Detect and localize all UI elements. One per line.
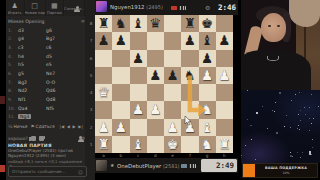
nav-next-icon[interactable]: ▶ [72, 124, 75, 129]
file-label-c: c [130, 153, 147, 158]
move-white[interactable]: Qa4 [18, 106, 46, 111]
square-b7[interactable]: ♟ [112, 32, 129, 49]
square-c7[interactable] [130, 32, 147, 49]
top-player-bar: Nguyen1912 (2495) ⚙ 2:46 [95, 0, 238, 15]
square-a2[interactable]: ♟ [95, 119, 112, 136]
square-f8[interactable]: ♜ [181, 15, 198, 32]
wk-piece: ♚ [164, 136, 181, 153]
move-white[interactable]: h4 [18, 54, 46, 59]
move-black[interactable]: Qd6 [46, 88, 74, 93]
file-label-b: b [112, 153, 129, 158]
bottom-player-badge-icon [189, 164, 196, 168]
square-g8[interactable]: ♚ [199, 15, 216, 32]
starfield-background [241, 90, 320, 163]
square-d1[interactable] [147, 136, 164, 153]
bb-piece: ♝ [130, 15, 147, 32]
bq-piece: ♛ [147, 15, 164, 32]
move-white[interactable]: d3 [18, 28, 46, 33]
move-black[interactable]: g6 [46, 28, 74, 33]
move-number: 4. [8, 54, 18, 59]
rank-label-1: 1 [87, 136, 93, 153]
resign-label: Сдаться [36, 124, 55, 129]
square-c8[interactable]: ♝ [130, 15, 147, 32]
tab-play-label: Играть [8, 10, 22, 15]
file-label-d: d [147, 153, 164, 158]
square-e8[interactable] [164, 15, 181, 32]
wp-piece: ♟ [112, 119, 129, 136]
square-f1[interactable] [181, 136, 198, 153]
bn-piece: ♞ [112, 15, 129, 32]
square-e1[interactable]: ♚ [164, 136, 181, 153]
move-row: 10.Qa4Nf5 [8, 104, 84, 112]
move-black[interactable]: Nf5 [46, 106, 74, 111]
flag-icon: ⚑ [30, 124, 34, 129]
square-b5[interactable] [112, 67, 129, 84]
bn-piece: ♞ [181, 67, 198, 84]
wn-piece: ♞ [199, 136, 216, 153]
move-number: 8. [8, 88, 18, 93]
br-piece: ♜ [181, 15, 198, 32]
square-e3[interactable] [164, 101, 181, 118]
thumbs-down-icon[interactable] [39, 136, 44, 141]
move-row: 8.Nd2Qd6 [8, 87, 84, 95]
file-label-f: f [181, 153, 198, 158]
wp-piece: ♟ [147, 101, 164, 118]
move-white[interactable]: g5 [18, 71, 46, 76]
wr-piece: ♜ [95, 136, 112, 153]
square-e4[interactable] [164, 84, 181, 101]
square-h1[interactable]: ♜ [216, 136, 233, 153]
patron-star-icon: ★ [110, 162, 114, 168]
square-f6[interactable] [181, 50, 198, 67]
square-f3[interactable] [181, 101, 198, 118]
move-black[interactable]: O-O [46, 80, 74, 85]
move-number: 3. [8, 45, 18, 50]
smiley-icon[interactable]: ☺ [78, 169, 83, 175]
wp-piece: ♟ [130, 101, 147, 118]
top-player-badge-icon [179, 6, 186, 10]
opening-name: Mieses Opening [8, 19, 45, 24]
square-h2[interactable] [216, 119, 233, 136]
nav-first-icon[interactable]: |◀ [60, 124, 65, 129]
draw-label: Ничья [13, 124, 27, 129]
tab-games[interactable]: ▦ Партии [46, 0, 65, 16]
move-white[interactable]: Nd2 [18, 88, 46, 93]
overlay-left-red-mark [0, 165, 5, 172]
move-navigation: |◀ ◀ ▶ ▶| [60, 124, 83, 129]
board-icon: □ [31, 2, 38, 10]
wn-piece: ♞ [199, 101, 216, 118]
move-row: 7.Bg2O-O [8, 78, 84, 86]
bp-piece: ♟ [130, 50, 147, 67]
bp-piece: ♟ [147, 67, 164, 84]
move-number: 2. [8, 36, 18, 41]
square-g1[interactable]: ♞ [199, 136, 216, 153]
move-white[interactable]: Bg2 [18, 80, 46, 85]
bottom-player-avatar[interactable] [96, 160, 107, 171]
rank-labels: 87654321 [86, 15, 94, 153]
square-g6[interactable]: ♟ [199, 50, 216, 67]
nav-prev-icon[interactable]: ◀ [67, 124, 70, 129]
square-f2[interactable]: ♟ [181, 119, 198, 136]
square-d4[interactable] [147, 84, 164, 101]
move-list: 1.d3g62.g4Bg73.c3c64.h4d55.h5e56.g5Ne77.… [8, 26, 84, 121]
nav-last-icon[interactable]: ▶| [78, 124, 83, 129]
streamer-face [261, 13, 286, 42]
square-b6[interactable] [112, 50, 129, 67]
opening-row: Mieses Opening ≡ [8, 17, 85, 25]
banner-orange-block [243, 164, 255, 177]
move-row: 6.g5Ne7 [8, 69, 84, 77]
square-b1[interactable] [112, 136, 129, 153]
move-row: 9.Nf1Qd8 [8, 96, 84, 104]
rank-label-6: 6 [87, 50, 93, 67]
wp-piece: ♟ [95, 119, 112, 136]
square-g4[interactable] [199, 84, 216, 101]
wb-piece: ♝ [199, 119, 216, 136]
square-g5[interactable]: ♟ [199, 67, 216, 84]
bp-piece: ♟ [199, 50, 216, 67]
move-number: 6. [8, 71, 18, 76]
tab-new-game[interactable]: □ Новая пар… [25, 0, 46, 16]
banner-title: ВАША ПОДДЕРЖКА [265, 166, 307, 170]
file-label-h: h [216, 153, 233, 158]
move-white[interactable]: c3 [18, 45, 46, 50]
square-d2[interactable] [147, 119, 164, 136]
square-e5[interactable]: ♟ [164, 67, 181, 84]
rank-label-3: 3 [87, 101, 93, 118]
resign-button[interactable]: ⚑ Сдаться [30, 124, 54, 129]
move-number: 7. [8, 80, 18, 85]
square-a3[interactable] [95, 101, 112, 118]
square-a1[interactable]: ♜ [95, 136, 112, 153]
streamer-eye [277, 25, 280, 27]
bottom-player-bar: ★ OneDebutPlayer (2581) 2:49 [95, 158, 238, 173]
move-number: 1. [8, 28, 18, 33]
square-b4[interactable] [112, 84, 129, 101]
file-label-g: g [199, 153, 216, 158]
game-controls: ½ Ничья ⚑ Сдаться |◀ ◀ ▶ ▶| [8, 122, 85, 131]
square-a7[interactable]: ♟ [95, 32, 112, 49]
move-white[interactable]: h5 [18, 62, 46, 67]
opening-menu-icon[interactable]: ≡ [81, 18, 85, 24]
tab-games-label: Партии [47, 10, 62, 15]
webcam [241, 0, 320, 90]
bp-piece: ♟ [216, 32, 233, 49]
bottom-player-flag-icon [181, 164, 187, 168]
feedback-row: хорошо? ⚙ [8, 134, 85, 142]
square-c2[interactable] [130, 119, 147, 136]
half-point-icon: ½ [8, 124, 12, 129]
move-row: 3.c3c6 [8, 43, 84, 51]
wp-piece: ♟ [199, 67, 216, 84]
pawn-icon: ♟ [12, 2, 18, 10]
chat-placeholder: Отправить сообщение... [12, 169, 66, 174]
square-h8[interactable] [216, 15, 233, 32]
chess-board: ♜♞♝♛♜♚♟♟♟♝♟♟♟♟♟♞♟♟♛♟♟♞♟♟♟♟♝♜♝♚♞♜ [95, 15, 233, 153]
file-label-e: e [164, 153, 181, 158]
move-black[interactable]: e5 [46, 62, 74, 67]
move-number: 9. [8, 97, 18, 102]
square-e6[interactable] [164, 50, 181, 67]
wp-piece: ♟ [216, 67, 233, 84]
panel-tab-bar: ♟ Играть □ Новая пар… ▦ Партии Соперни… [6, 0, 85, 16]
square-f7[interactable]: ♟ [181, 32, 198, 49]
rank-label-7: 7 [87, 32, 93, 49]
square-c4[interactable] [130, 84, 147, 101]
streamer-eye [268, 25, 271, 27]
thumbs-up-icon[interactable] [31, 136, 36, 141]
square-d5[interactable]: ♟ [147, 67, 164, 84]
square-c5[interactable] [130, 67, 147, 84]
webcam-pillow [289, 0, 320, 27]
square-g3[interactable]: ♞ [199, 101, 216, 118]
move-number: 5. [8, 62, 18, 67]
move-number: 11. [8, 114, 18, 119]
top-player-name[interactable]: Nguyen1912 (2495) [110, 4, 163, 10]
rank-label-8: 8 [87, 15, 93, 32]
square-f5[interactable]: ♞ [181, 67, 198, 84]
streamer-necklace [267, 56, 279, 61]
square-g2[interactable]: ♝ [199, 119, 216, 136]
move-number: 10. [8, 106, 18, 111]
bottom-player-clock-box: 2:49 [201, 159, 237, 172]
square-f4[interactable] [181, 84, 198, 101]
overlay-left-mark [0, 96, 5, 104]
move-row: 2.g4Bg7 [8, 35, 84, 43]
feedback-text: хорошо? [8, 136, 28, 141]
bottom-player-clock: 2:49 [216, 161, 234, 170]
file-label-a: a [95, 153, 112, 158]
square-c1[interactable]: ♝ [130, 136, 147, 153]
square-e2[interactable]: ♟ [164, 119, 181, 136]
square-b3[interactable] [112, 101, 129, 118]
move-black[interactable]: Qd8 [46, 97, 74, 102]
move-row: 1.d3g6 [8, 26, 84, 34]
square-d3[interactable]: ♟ [147, 101, 164, 118]
tab-play[interactable]: ♟ Играть [6, 0, 25, 16]
move-white[interactable]: Nf1 [18, 97, 46, 102]
square-a8[interactable]: ♜ [95, 15, 112, 32]
stream-frame: ♟ Играть □ Новая пар… ▦ Партии Соперни… … [0, 0, 320, 180]
bottom-player-rating: (2581) [163, 163, 180, 169]
square-h4[interactable] [216, 84, 233, 101]
move-black[interactable]: d5 [46, 54, 74, 59]
move-row: 11.Ng3 [8, 113, 84, 121]
square-h3[interactable] [216, 101, 233, 118]
move-row: 5.h5e5 [8, 61, 84, 69]
rank-label-4: 4 [87, 84, 93, 101]
top-player-clock: 2:46 [218, 3, 236, 12]
square-b2[interactable]: ♟ [112, 119, 129, 136]
move-row: 4.h4d5 [8, 52, 84, 60]
tab-new-game-label: Новая пар… [25, 10, 45, 15]
wp-piece: ♟ [164, 119, 181, 136]
top-player-avatar[interactable] [96, 1, 107, 12]
square-e7[interactable] [164, 32, 181, 49]
bp-piece: ♟ [164, 67, 181, 84]
bp-piece: ♟ [181, 32, 198, 49]
top-player-flag-icon [171, 6, 177, 10]
wr-piece: ♜ [216, 136, 233, 153]
move-white[interactable]: g4 [18, 36, 46, 41]
support-banner: ВАША ПОДДЕРЖКА 10% [242, 163, 318, 178]
gear-icon[interactable]: ⚙ [205, 4, 210, 11]
wb-piece: ♝ [130, 136, 147, 153]
square-b8[interactable]: ♞ [112, 15, 129, 32]
square-a5[interactable] [95, 67, 112, 84]
bp-piece: ♟ [95, 32, 112, 49]
banner-subtitle: 10% [282, 171, 289, 175]
square-h6[interactable] [216, 50, 233, 67]
square-c6[interactable]: ♟ [130, 50, 147, 67]
draw-button[interactable]: ½ Ничья [8, 124, 27, 129]
square-c3[interactable]: ♟ [130, 101, 147, 118]
move-white[interactable]: Ng3 [18, 114, 31, 119]
square-d6[interactable] [147, 50, 164, 67]
bk-piece: ♚ [199, 15, 216, 32]
grid-icon: ▦ [51, 2, 58, 10]
bp-piece: ♟ [112, 32, 129, 49]
square-h7[interactable]: ♟ [216, 32, 233, 49]
tab-players[interactable]: Соперни… [64, 0, 85, 16]
move-black[interactable]: Ne7 [46, 71, 74, 76]
rank-label-2: 2 [87, 119, 93, 136]
wq-piece: ♛ [95, 84, 112, 101]
chat-input[interactable]: Отправить сообщение... ☺ [8, 166, 87, 177]
move-black[interactable]: c6 [46, 45, 74, 50]
square-d8[interactable]: ♛ [147, 15, 164, 32]
square-d7[interactable] [147, 32, 164, 49]
top-player-rating: (2495) [146, 4, 163, 10]
square-g7[interactable]: ♝ [199, 32, 216, 49]
wp-piece: ♟ [181, 119, 198, 136]
square-a6[interactable] [95, 50, 112, 67]
rank-label-5: 5 [87, 67, 93, 84]
br-piece: ♜ [95, 15, 112, 32]
square-a4[interactable]: ♛ [95, 84, 112, 101]
bb-piece: ♝ [199, 32, 216, 49]
square-h5[interactable]: ♟ [216, 67, 233, 84]
move-black[interactable]: Bg7 [46, 36, 74, 41]
bottom-player-name[interactable]: OneDebutPlayer (2581) [117, 163, 180, 169]
